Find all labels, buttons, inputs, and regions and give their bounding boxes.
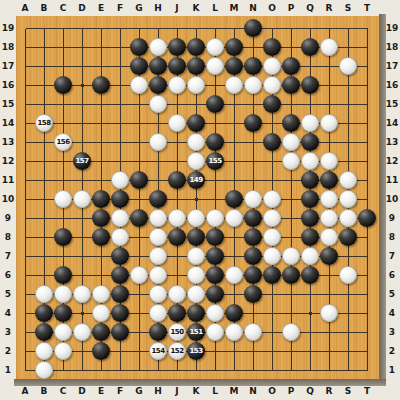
row-label-left-2: 2: [1, 345, 15, 357]
row-label-right-6: 6: [385, 269, 399, 281]
stone-G11[interactable]: [130, 171, 148, 189]
stone-P17[interactable]: [282, 57, 300, 75]
stone-N6[interactable]: [244, 266, 262, 284]
stone-P3[interactable]: [282, 323, 300, 341]
stone-H9[interactable]: [149, 209, 167, 227]
stone-H15[interactable]: [149, 95, 167, 113]
col-label-bottom-G: G: [132, 385, 146, 397]
row-label-left-14: 14: [1, 117, 15, 129]
stone-K9[interactable]: [187, 209, 205, 227]
stone-R14[interactable]: [320, 114, 338, 132]
stone-O9[interactable]: [263, 209, 281, 227]
col-label-top-G: G: [132, 2, 146, 14]
col-label-bottom-D: D: [75, 385, 89, 397]
row-label-right-5: 5: [385, 288, 399, 300]
stone-H13[interactable]: [149, 133, 167, 151]
stone-H8[interactable]: [149, 228, 167, 246]
row-label-right-3: 3: [385, 326, 399, 338]
stone-Q12[interactable]: [301, 152, 319, 170]
stone-F8[interactable]: [111, 228, 129, 246]
stone-N16[interactable]: [244, 76, 262, 94]
stone-L15[interactable]: [206, 95, 224, 113]
stone-L13[interactable]: [206, 133, 224, 151]
stone-B14-move-158[interactable]: 158: [35, 114, 53, 132]
col-label-bottom-N: N: [246, 385, 260, 397]
row-label-right-12: 12: [385, 155, 399, 167]
row-label-left-18: 18: [1, 41, 15, 53]
row-label-right-1: 1: [385, 364, 399, 376]
stone-M10[interactable]: [225, 190, 243, 208]
stone-N10[interactable]: [244, 190, 262, 208]
col-label-bottom-C: C: [56, 385, 70, 397]
row-label-left-13: 13: [1, 136, 15, 148]
stone-H4[interactable]: [149, 304, 167, 322]
move-number-label: 158: [37, 119, 50, 127]
stone-S11[interactable]: [339, 171, 357, 189]
row-label-right-8: 8: [385, 231, 399, 243]
col-label-bottom-P: P: [284, 385, 298, 397]
stone-K11-move-149[interactable]: 149: [187, 171, 205, 189]
row-label-left-12: 12: [1, 155, 15, 167]
col-label-top-D: D: [75, 2, 89, 14]
stone-C3[interactable]: [54, 323, 72, 341]
stone-O10[interactable]: [263, 190, 281, 208]
stone-M4[interactable]: [225, 304, 243, 322]
stone-B2[interactable]: [35, 342, 53, 360]
stone-L6[interactable]: [206, 266, 224, 284]
stone-Q13[interactable]: [301, 133, 319, 151]
stone-K12[interactable]: [187, 152, 205, 170]
stone-R10[interactable]: [320, 190, 338, 208]
stone-S10[interactable]: [339, 190, 357, 208]
row-label-right-10: 10: [385, 193, 399, 205]
stone-L18[interactable]: [206, 38, 224, 56]
stone-P7[interactable]: [282, 247, 300, 265]
row-label-right-13: 13: [385, 136, 399, 148]
stone-F6[interactable]: [111, 266, 129, 284]
stone-Q9[interactable]: [301, 209, 319, 227]
move-number-label: 152: [170, 347, 183, 355]
stone-N8[interactable]: [244, 228, 262, 246]
stone-O17[interactable]: [263, 57, 281, 75]
col-label-top-N: N: [246, 2, 260, 14]
stone-L17[interactable]: [206, 57, 224, 75]
stone-Q6[interactable]: [301, 266, 319, 284]
row-label-left-11: 11: [1, 174, 15, 186]
stone-P6[interactable]: [282, 266, 300, 284]
col-label-top-F: F: [113, 2, 127, 14]
col-label-bottom-O: O: [265, 385, 279, 397]
stone-C13-move-156[interactable]: 156: [54, 133, 72, 151]
row-label-right-7: 7: [385, 250, 399, 262]
move-number-label: 149: [189, 176, 202, 184]
stone-R9[interactable]: [320, 209, 338, 227]
stone-L7[interactable]: [206, 247, 224, 265]
stone-K14[interactable]: [187, 114, 205, 132]
stone-R12[interactable]: [320, 152, 338, 170]
col-label-top-C: C: [56, 2, 70, 14]
stone-J11[interactable]: [168, 171, 186, 189]
stone-O13[interactable]: [263, 133, 281, 151]
stone-J5[interactable]: [168, 285, 186, 303]
stone-B5[interactable]: [35, 285, 53, 303]
stone-N9[interactable]: [244, 209, 262, 227]
move-number-label: 153: [189, 347, 202, 355]
move-number-label: 151: [189, 328, 202, 336]
stone-O6[interactable]: [263, 266, 281, 284]
col-label-top-Q: Q: [303, 2, 317, 14]
row-label-left-16: 16: [1, 79, 15, 91]
stone-F11[interactable]: [111, 171, 129, 189]
stone-H10[interactable]: [149, 190, 167, 208]
row-label-left-4: 4: [1, 307, 15, 319]
row-label-left-3: 3: [1, 326, 15, 338]
row-label-right-9: 9: [385, 212, 399, 224]
col-label-top-H: H: [151, 2, 165, 14]
stone-B4[interactable]: [35, 304, 53, 322]
stone-S6[interactable]: [339, 266, 357, 284]
row-label-left-1: 1: [1, 364, 15, 376]
goban[interactable]: 158156157155149150151154152153: [16, 16, 379, 379]
row-label-right-4: 4: [385, 307, 399, 319]
col-label-top-M: M: [227, 2, 241, 14]
stone-E3[interactable]: [92, 323, 110, 341]
col-label-bottom-F: F: [113, 385, 127, 397]
stone-E8[interactable]: [92, 228, 110, 246]
go-kifu-screenshot: 158156157155149150151154152153 AABBCCDDE…: [0, 0, 400, 400]
row-label-right-11: 11: [385, 174, 399, 186]
col-label-top-E: E: [94, 2, 108, 14]
stone-O7[interactable]: [263, 247, 281, 265]
row-label-left-7: 7: [1, 250, 15, 262]
stone-E4[interactable]: [92, 304, 110, 322]
stone-L9[interactable]: [206, 209, 224, 227]
stone-N19[interactable]: [244, 19, 262, 37]
stone-H5[interactable]: [149, 285, 167, 303]
row-label-left-19: 19: [1, 22, 15, 34]
stone-N5[interactable]: [244, 285, 262, 303]
stone-H7[interactable]: [149, 247, 167, 265]
stone-T9[interactable]: [358, 209, 376, 227]
stone-C5[interactable]: [54, 285, 72, 303]
stone-Q11[interactable]: [301, 171, 319, 189]
stone-K13[interactable]: [187, 133, 205, 151]
stone-G16[interactable]: [130, 76, 148, 94]
col-label-bottom-H: H: [151, 385, 165, 397]
row-label-right-14: 14: [385, 117, 399, 129]
stone-R8[interactable]: [320, 228, 338, 246]
stone-M18[interactable]: [225, 38, 243, 56]
col-label-top-B: B: [37, 2, 51, 14]
stone-K2-move-153[interactable]: 153: [187, 342, 205, 360]
stone-N7[interactable]: [244, 247, 262, 265]
stone-R18[interactable]: [320, 38, 338, 56]
stone-F3[interactable]: [111, 323, 129, 341]
stone-P16[interactable]: [282, 76, 300, 94]
col-label-bottom-S: S: [341, 385, 355, 397]
stone-Q18[interactable]: [301, 38, 319, 56]
stone-D12-move-157[interactable]: 157: [73, 152, 91, 170]
stone-Q8[interactable]: [301, 228, 319, 246]
stone-E5[interactable]: [92, 285, 110, 303]
col-label-top-J: J: [170, 2, 184, 14]
stone-K3-move-151[interactable]: 151: [187, 323, 205, 341]
stone-N3[interactable]: [244, 323, 262, 341]
move-number-label: 156: [56, 138, 69, 146]
stone-O16[interactable]: [263, 76, 281, 94]
stone-G17[interactable]: [130, 57, 148, 75]
col-label-bottom-T: T: [360, 385, 374, 397]
row-label-left-9: 9: [1, 212, 15, 224]
stone-K7[interactable]: [187, 247, 205, 265]
row-label-left-5: 5: [1, 288, 15, 300]
stone-J4[interactable]: [168, 304, 186, 322]
stone-G9[interactable]: [130, 209, 148, 227]
col-label-bottom-K: K: [189, 385, 203, 397]
stone-O15[interactable]: [263, 95, 281, 113]
stone-K17[interactable]: [187, 57, 205, 75]
stone-S8[interactable]: [339, 228, 357, 246]
col-label-top-L: L: [208, 2, 222, 14]
stone-M3[interactable]: [225, 323, 243, 341]
col-label-bottom-B: B: [37, 385, 51, 397]
stone-E9[interactable]: [92, 209, 110, 227]
col-label-top-K: K: [189, 2, 203, 14]
col-label-bottom-L: L: [208, 385, 222, 397]
row-label-left-8: 8: [1, 231, 15, 243]
stone-D5[interactable]: [73, 285, 91, 303]
stone-P12[interactable]: [282, 152, 300, 170]
col-label-top-R: R: [322, 2, 336, 14]
stone-F10[interactable]: [111, 190, 129, 208]
stone-F9[interactable]: [111, 209, 129, 227]
stone-K16[interactable]: [187, 76, 205, 94]
stone-L3[interactable]: [206, 323, 224, 341]
col-label-top-T: T: [360, 2, 374, 14]
stone-L12-move-155[interactable]: 155: [206, 152, 224, 170]
stone-K6[interactable]: [187, 266, 205, 284]
stone-D10[interactable]: [73, 190, 91, 208]
col-label-top-S: S: [341, 2, 355, 14]
stone-N17[interactable]: [244, 57, 262, 75]
stone-H16[interactable]: [149, 76, 167, 94]
row-label-right-2: 2: [385, 345, 399, 357]
row-label-right-18: 18: [385, 41, 399, 53]
move-number-label: 157: [75, 157, 88, 165]
stone-D3[interactable]: [73, 323, 91, 341]
stone-S17[interactable]: [339, 57, 357, 75]
stone-M17[interactable]: [225, 57, 243, 75]
stone-E16[interactable]: [92, 76, 110, 94]
stone-J14[interactable]: [168, 114, 186, 132]
row-label-right-16: 16: [385, 79, 399, 91]
row-label-left-10: 10: [1, 193, 15, 205]
stone-Q10[interactable]: [301, 190, 319, 208]
col-label-top-O: O: [265, 2, 279, 14]
stone-H6[interactable]: [149, 266, 167, 284]
stone-E2[interactable]: [92, 342, 110, 360]
stone-R7[interactable]: [320, 247, 338, 265]
stone-H17[interactable]: [149, 57, 167, 75]
stone-H2-move-154[interactable]: 154: [149, 342, 167, 360]
stone-O8[interactable]: [263, 228, 281, 246]
move-number-label: 154: [151, 347, 164, 355]
stone-K4[interactable]: [187, 304, 205, 322]
col-label-bottom-R: R: [322, 385, 336, 397]
stone-H18[interactable]: [149, 38, 167, 56]
stone-C4[interactable]: [54, 304, 72, 322]
row-label-right-15: 15: [385, 98, 399, 110]
row-label-left-15: 15: [1, 98, 15, 110]
stone-J2-move-152[interactable]: 152: [168, 342, 186, 360]
stone-R4[interactable]: [320, 304, 338, 322]
col-label-bottom-M: M: [227, 385, 241, 397]
col-label-bottom-E: E: [94, 385, 108, 397]
stone-J3-move-150[interactable]: 150: [168, 323, 186, 341]
stone-J17[interactable]: [168, 57, 186, 75]
stone-C8[interactable]: [54, 228, 72, 246]
stone-B1[interactable]: [35, 361, 53, 379]
move-number-label: 150: [170, 328, 183, 336]
row-label-right-19: 19: [385, 22, 399, 34]
stone-S9[interactable]: [339, 209, 357, 227]
stone-J16[interactable]: [168, 76, 186, 94]
stone-K5[interactable]: [187, 285, 205, 303]
stone-O18[interactable]: [263, 38, 281, 56]
stone-N14[interactable]: [244, 114, 262, 132]
stone-L5[interactable]: [206, 285, 224, 303]
row-label-left-17: 17: [1, 60, 15, 72]
stone-M6[interactable]: [225, 266, 243, 284]
stone-G6[interactable]: [130, 266, 148, 284]
stone-L8[interactable]: [206, 228, 224, 246]
stone-Q14[interactable]: [301, 114, 319, 132]
stone-E10[interactable]: [92, 190, 110, 208]
stone-J18[interactable]: [168, 38, 186, 56]
stone-C6[interactable]: [54, 266, 72, 284]
stone-Q7[interactable]: [301, 247, 319, 265]
col-label-bottom-J: J: [170, 385, 184, 397]
row-label-left-6: 6: [1, 269, 15, 281]
stone-B3[interactable]: [35, 323, 53, 341]
stone-C2[interactable]: [54, 342, 72, 360]
stone-L4[interactable]: [206, 304, 224, 322]
stone-C10[interactable]: [54, 190, 72, 208]
stone-P13[interactable]: [282, 133, 300, 151]
stone-F5[interactable]: [111, 285, 129, 303]
stone-G18[interactable]: [130, 38, 148, 56]
move-number-label: 155: [208, 157, 221, 165]
stone-K8[interactable]: [187, 228, 205, 246]
stone-C16[interactable]: [54, 76, 72, 94]
stone-K18[interactable]: [187, 38, 205, 56]
col-label-top-P: P: [284, 2, 298, 14]
stone-M9[interactable]: [225, 209, 243, 227]
col-label-bottom-A: A: [18, 385, 32, 397]
row-label-right-17: 17: [385, 60, 399, 72]
col-label-top-A: A: [18, 2, 32, 14]
stone-M16[interactable]: [225, 76, 243, 94]
stone-R11[interactable]: [320, 171, 338, 189]
stone-J9[interactable]: [168, 209, 186, 227]
stone-Q16[interactable]: [301, 76, 319, 94]
stone-J8[interactable]: [168, 228, 186, 246]
col-label-bottom-Q: Q: [303, 385, 317, 397]
stone-F4[interactable]: [111, 304, 129, 322]
stone-H3[interactable]: [149, 323, 167, 341]
stone-P14[interactable]: [282, 114, 300, 132]
stone-F7[interactable]: [111, 247, 129, 265]
